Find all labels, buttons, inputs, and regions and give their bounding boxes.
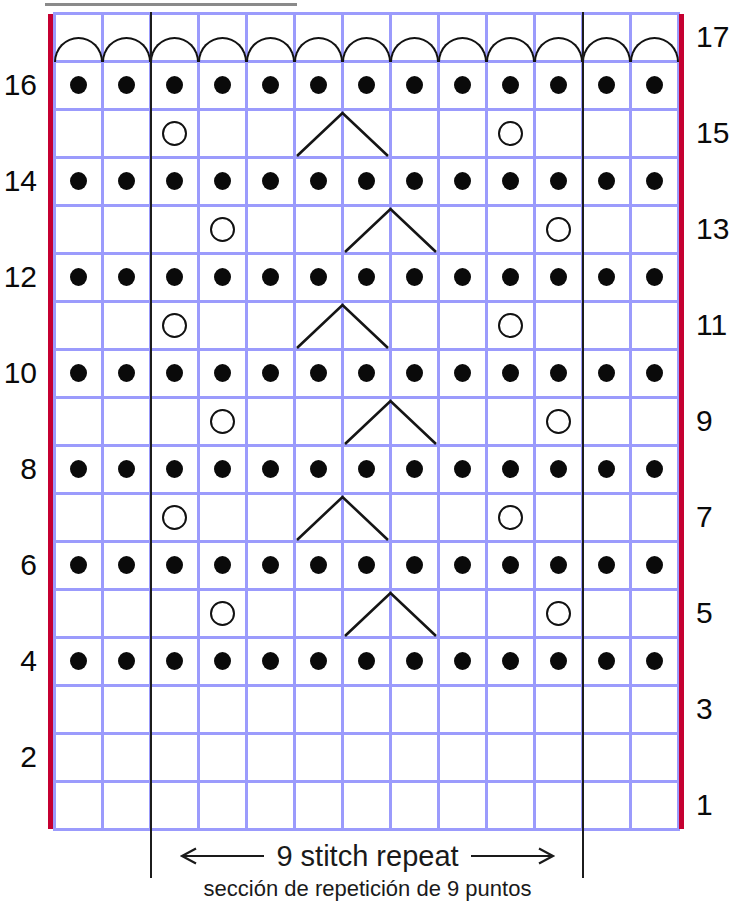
cell-r1c1: [56, 783, 104, 831]
purl-dot-icon: [118, 172, 135, 190]
purl-dot-icon: [598, 460, 615, 478]
purl-dot-icon: [166, 76, 183, 94]
cell-r11c12: [584, 303, 632, 351]
cell-r13c2: [104, 207, 152, 255]
cell-r6c12: [584, 543, 632, 591]
cell-r14c1: [56, 159, 104, 207]
purl-dot-icon: [598, 652, 615, 670]
cell-r4c1: [56, 639, 104, 687]
purl-dot-icon: [550, 172, 567, 190]
cell-r3c2: [104, 687, 152, 735]
yarn-over-icon: [162, 121, 187, 146]
cell-r15c9: [440, 111, 488, 159]
cell-r12c6: [296, 255, 344, 303]
cell-r4c6: [296, 639, 344, 687]
cell-r5c1: [56, 591, 104, 639]
row-label-15: 15: [691, 109, 738, 157]
cell-r6c10: [488, 543, 536, 591]
cell-r6c3: [152, 543, 200, 591]
cell-r1c8: [392, 783, 440, 831]
cell-r9c6: [296, 399, 344, 447]
cell-r9c7: [344, 399, 392, 447]
purl-dot-icon: [118, 460, 135, 478]
cell-r1c11: [536, 783, 584, 831]
cell-r1c9: [440, 783, 488, 831]
purl-dot-icon: [358, 460, 375, 478]
cell-r5c11: [536, 591, 584, 639]
cell-r17c6: [296, 15, 344, 63]
cell-r12c10: [488, 255, 536, 303]
purl-dot-icon: [214, 172, 231, 190]
purl-dot-icon: [262, 556, 279, 574]
cell-r7c13: [632, 495, 680, 543]
cell-r10c3: [152, 351, 200, 399]
yarn-over-icon: [546, 409, 571, 434]
cell-r17c11: [536, 15, 584, 63]
cell-r11c13: [632, 303, 680, 351]
purl-dot-icon: [646, 76, 663, 94]
cell-r12c7: [344, 255, 392, 303]
cell-r1c4: [200, 783, 248, 831]
purl-dot-icon: [454, 76, 471, 94]
cell-r2c1: [56, 735, 104, 783]
purl-dot-icon: [598, 76, 615, 94]
scallop-edge-icon: [246, 37, 295, 62]
cell-r16c2: [104, 63, 152, 111]
purl-dot-icon: [70, 652, 87, 670]
cell-r1c6: [296, 783, 344, 831]
purl-dot-icon: [262, 652, 279, 670]
purl-dot-icon: [118, 268, 135, 286]
cell-r9c4: [200, 399, 248, 447]
purl-dot-icon: [406, 460, 423, 478]
purl-dot-icon: [406, 556, 423, 574]
row-label-14: 14: [0, 157, 45, 205]
cell-r8c10: [488, 447, 536, 495]
cell-r14c12: [584, 159, 632, 207]
cell-r13c12: [584, 207, 632, 255]
cell-r15c3: [152, 111, 200, 159]
purl-dot-icon: [166, 652, 183, 670]
cell-r7c12: [584, 495, 632, 543]
cell-r2c12: [584, 735, 632, 783]
row-label-5: 5: [691, 589, 738, 637]
purl-dot-icon: [262, 172, 279, 190]
scallop-edge-icon: [342, 37, 391, 62]
cell-r14c6: [296, 159, 344, 207]
cell-r2c13: [632, 735, 680, 783]
cell-r3c1: [56, 687, 104, 735]
repeat-boundary-right-line: [582, 12, 585, 878]
purl-dot-icon: [646, 460, 663, 478]
cell-r7c3: [152, 495, 200, 543]
cell-r5c12: [584, 591, 632, 639]
cell-r5c4: [200, 591, 248, 639]
cell-r17c12: [584, 15, 632, 63]
cell-r4c13: [632, 639, 680, 687]
cell-r15c10: [488, 111, 536, 159]
cell-r10c7: [344, 351, 392, 399]
cell-r7c4: [200, 495, 248, 543]
cell-r17c7: [344, 15, 392, 63]
row-label-16: 16: [0, 61, 45, 109]
cell-r17c2: [104, 15, 152, 63]
scallop-edge-icon: [630, 37, 679, 62]
purl-dot-icon: [70, 268, 87, 286]
purl-dot-icon: [214, 76, 231, 94]
cell-r3c7: [344, 687, 392, 735]
cell-r8c13: [632, 447, 680, 495]
purl-dot-icon: [166, 460, 183, 478]
cell-r14c13: [632, 159, 680, 207]
cell-r9c2: [104, 399, 152, 447]
cell-r4c2: [104, 639, 152, 687]
purl-dot-icon: [70, 364, 87, 382]
purl-dot-icon: [118, 652, 135, 670]
cell-r3c6: [296, 687, 344, 735]
cell-r15c2: [104, 111, 152, 159]
purl-dot-icon: [454, 652, 471, 670]
purl-dot-icon: [118, 364, 135, 382]
cell-r16c9: [440, 63, 488, 111]
cell-r4c12: [584, 639, 632, 687]
cell-r17c1: [56, 15, 104, 63]
cell-r14c11: [536, 159, 584, 207]
cell-r8c3: [152, 447, 200, 495]
purl-dot-icon: [310, 652, 327, 670]
scallop-edge-icon: [534, 37, 583, 62]
repeat-boundary-left-line: [150, 12, 153, 878]
cell-r11c4: [200, 303, 248, 351]
cell-r2c11: [536, 735, 584, 783]
row-label-12: 12: [0, 253, 45, 301]
cell-r4c5: [248, 639, 296, 687]
yarn-over-icon: [210, 601, 235, 626]
row-label-2: 2: [0, 733, 45, 781]
cell-r16c10: [488, 63, 536, 111]
purl-dot-icon: [310, 268, 327, 286]
purl-dot-icon: [70, 172, 87, 190]
purl-dot-icon: [406, 76, 423, 94]
cell-r12c8: [392, 255, 440, 303]
purl-dot-icon: [646, 268, 663, 286]
top-edge-line: [45, 3, 297, 6]
purl-dot-icon: [502, 556, 519, 574]
double-decrease-icon: [294, 494, 391, 541]
cell-r16c1: [56, 63, 104, 111]
cell-r6c2: [104, 543, 152, 591]
cell-r2c7: [344, 735, 392, 783]
purl-dot-icon: [310, 172, 327, 190]
cell-r5c7: [344, 591, 392, 639]
cell-r2c10: [488, 735, 536, 783]
cell-r11c9: [440, 303, 488, 351]
cell-r11c3: [152, 303, 200, 351]
purl-dot-icon: [262, 268, 279, 286]
yarn-over-icon: [162, 505, 187, 530]
cell-r8c12: [584, 447, 632, 495]
purl-dot-icon: [550, 652, 567, 670]
cell-r10c12: [584, 351, 632, 399]
purl-dot-icon: [550, 364, 567, 382]
cell-r14c4: [200, 159, 248, 207]
cell-r4c3: [152, 639, 200, 687]
cell-r6c7: [344, 543, 392, 591]
cell-r12c11: [536, 255, 584, 303]
cell-r4c10: [488, 639, 536, 687]
cell-r4c8: [392, 639, 440, 687]
cell-r16c4: [200, 63, 248, 111]
cell-r13c10: [488, 207, 536, 255]
cell-r3c12: [584, 687, 632, 735]
purl-dot-icon: [214, 460, 231, 478]
cell-r16c6: [296, 63, 344, 111]
cell-r17c8: [392, 15, 440, 63]
cell-r12c5: [248, 255, 296, 303]
scallop-edge-icon: [54, 37, 103, 62]
purl-dot-icon: [358, 268, 375, 286]
cell-r6c8: [392, 543, 440, 591]
purl-dot-icon: [406, 364, 423, 382]
scallop-edge-icon: [486, 37, 535, 62]
cell-r15c5: [248, 111, 296, 159]
yarn-over-icon: [210, 409, 235, 434]
cell-r13c5: [248, 207, 296, 255]
cell-r16c11: [536, 63, 584, 111]
cell-r16c13: [632, 63, 680, 111]
scallop-edge-icon: [390, 37, 439, 62]
double-decrease-icon: [342, 590, 439, 637]
cell-r9c9: [440, 399, 488, 447]
cell-r5c2: [104, 591, 152, 639]
cell-r7c6: [296, 495, 344, 543]
cell-r1c3: [152, 783, 200, 831]
cell-r10c8: [392, 351, 440, 399]
purl-dot-icon: [118, 76, 135, 94]
cell-r16c5: [248, 63, 296, 111]
purl-dot-icon: [646, 172, 663, 190]
purl-dot-icon: [454, 364, 471, 382]
purl-dot-icon: [310, 364, 327, 382]
cell-r14c2: [104, 159, 152, 207]
cell-r13c9: [440, 207, 488, 255]
cell-r5c13: [632, 591, 680, 639]
cell-r12c2: [104, 255, 152, 303]
cell-r8c2: [104, 447, 152, 495]
cell-r7c11: [536, 495, 584, 543]
purl-dot-icon: [262, 76, 279, 94]
scallop-edge-icon: [102, 37, 151, 62]
cell-r6c13: [632, 543, 680, 591]
cell-r10c13: [632, 351, 680, 399]
double-decrease-icon: [294, 110, 391, 157]
cell-r6c1: [56, 543, 104, 591]
row-label-7: 7: [691, 493, 738, 541]
yarn-over-icon: [498, 313, 523, 338]
cell-r11c11: [536, 303, 584, 351]
cell-r8c7: [344, 447, 392, 495]
purl-dot-icon: [454, 172, 471, 190]
cell-r11c8: [392, 303, 440, 351]
cell-r17c10: [488, 15, 536, 63]
cell-r10c11: [536, 351, 584, 399]
cell-r13c3: [152, 207, 200, 255]
cell-r17c9: [440, 15, 488, 63]
cell-r17c5: [248, 15, 296, 63]
purl-dot-icon: [550, 76, 567, 94]
cell-r16c8: [392, 63, 440, 111]
cell-r5c10: [488, 591, 536, 639]
yarn-over-icon: [546, 601, 571, 626]
row-label-10: 10: [0, 349, 45, 397]
yarn-over-icon: [498, 121, 523, 146]
cell-r9c10: [488, 399, 536, 447]
cell-r4c4: [200, 639, 248, 687]
cell-r10c6: [296, 351, 344, 399]
cell-r10c4: [200, 351, 248, 399]
cell-r15c6: [296, 111, 344, 159]
cell-r8c9: [440, 447, 488, 495]
cell-r9c5: [248, 399, 296, 447]
left-edge-red-line: [48, 14, 53, 829]
cell-r11c6: [296, 303, 344, 351]
cell-r5c3: [152, 591, 200, 639]
purl-dot-icon: [406, 268, 423, 286]
row-label-8: 8: [0, 445, 45, 493]
row-label-11: 11: [691, 301, 738, 349]
cell-r7c10: [488, 495, 536, 543]
scallop-edge-icon: [198, 37, 247, 62]
cell-r3c4: [200, 687, 248, 735]
row-label-1: 1: [691, 781, 738, 829]
purl-dot-icon: [358, 76, 375, 94]
cell-r17c4: [200, 15, 248, 63]
cell-r6c9: [440, 543, 488, 591]
scallop-edge-icon: [294, 37, 343, 62]
cell-r1c10: [488, 783, 536, 831]
cell-r12c12: [584, 255, 632, 303]
cell-r11c10: [488, 303, 536, 351]
purl-dot-icon: [406, 172, 423, 190]
cell-r1c2: [104, 783, 152, 831]
purl-dot-icon: [598, 172, 615, 190]
purl-dot-icon: [358, 172, 375, 190]
purl-dot-icon: [646, 652, 663, 670]
cell-r7c5: [248, 495, 296, 543]
repeat-label: 9 stitch repeat: [276, 840, 458, 873]
purl-dot-icon: [550, 268, 567, 286]
cell-r14c7: [344, 159, 392, 207]
purl-dot-icon: [214, 364, 231, 382]
knitting-chart: 1614121086421715131197531 9 stitch repea…: [0, 0, 738, 909]
cell-r1c5: [248, 783, 296, 831]
cell-r12c4: [200, 255, 248, 303]
cell-r4c7: [344, 639, 392, 687]
cell-r13c13: [632, 207, 680, 255]
cell-r13c4: [200, 207, 248, 255]
cell-r14c9: [440, 159, 488, 207]
cell-r8c8: [392, 447, 440, 495]
scallop-edge-icon: [582, 37, 631, 62]
cell-r15c4: [200, 111, 248, 159]
cell-r16c3: [152, 63, 200, 111]
row-label-6: 6: [0, 541, 45, 589]
stitch-grid: [53, 12, 680, 831]
purl-dot-icon: [502, 76, 519, 94]
cell-r9c1: [56, 399, 104, 447]
row-label-13: 13: [691, 205, 738, 253]
cell-r10c1: [56, 351, 104, 399]
cell-r3c9: [440, 687, 488, 735]
cell-r8c6: [296, 447, 344, 495]
cell-r7c1: [56, 495, 104, 543]
purl-dot-icon: [646, 556, 663, 574]
cell-r6c11: [536, 543, 584, 591]
cell-r9c3: [152, 399, 200, 447]
purl-dot-icon: [70, 556, 87, 574]
double-decrease-icon: [294, 302, 391, 349]
repeat-annotation: 9 stitch repeat: [151, 835, 584, 877]
purl-dot-icon: [502, 172, 519, 190]
purl-dot-icon: [502, 460, 519, 478]
purl-dot-icon: [310, 556, 327, 574]
cell-r15c12: [584, 111, 632, 159]
cell-r14c5: [248, 159, 296, 207]
purl-dot-icon: [502, 652, 519, 670]
cell-r5c9: [440, 591, 488, 639]
purl-dot-icon: [598, 268, 615, 286]
cell-r1c13: [632, 783, 680, 831]
row-label-17: 17: [691, 13, 738, 61]
purl-dot-icon: [214, 652, 231, 670]
cell-r12c13: [632, 255, 680, 303]
yarn-over-icon: [162, 313, 187, 338]
double-decrease-icon: [342, 398, 439, 445]
purl-dot-icon: [598, 364, 615, 382]
cell-r3c10: [488, 687, 536, 735]
cell-r2c5: [248, 735, 296, 783]
cell-r16c7: [344, 63, 392, 111]
cell-r3c3: [152, 687, 200, 735]
cell-r3c11: [536, 687, 584, 735]
purl-dot-icon: [310, 460, 327, 478]
cell-r2c3: [152, 735, 200, 783]
cell-r11c5: [248, 303, 296, 351]
cell-r17c13: [632, 15, 680, 63]
cell-r8c4: [200, 447, 248, 495]
purl-dot-icon: [454, 556, 471, 574]
cell-r3c5: [248, 687, 296, 735]
cell-r8c11: [536, 447, 584, 495]
purl-dot-icon: [262, 460, 279, 478]
cell-r8c1: [56, 447, 104, 495]
cell-r9c12: [584, 399, 632, 447]
row-label-9: 9: [691, 397, 738, 445]
cell-r10c5: [248, 351, 296, 399]
cell-r1c12: [584, 783, 632, 831]
cell-r15c1: [56, 111, 104, 159]
purl-dot-icon: [166, 364, 183, 382]
purl-dot-icon: [166, 172, 183, 190]
cell-r14c8: [392, 159, 440, 207]
scallop-edge-icon: [438, 37, 487, 62]
purl-dot-icon: [358, 556, 375, 574]
cell-r15c13: [632, 111, 680, 159]
cell-r12c3: [152, 255, 200, 303]
cell-r10c2: [104, 351, 152, 399]
cell-r16c12: [584, 63, 632, 111]
purl-dot-icon: [70, 460, 87, 478]
